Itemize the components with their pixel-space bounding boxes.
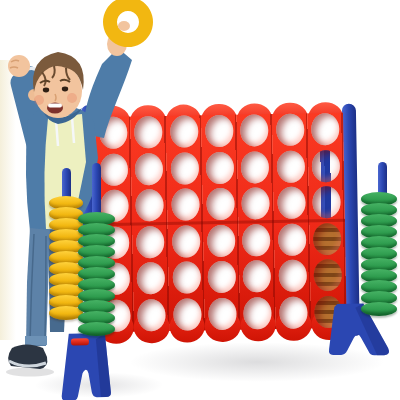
child-jeans-cuff xyxy=(25,336,47,345)
board-cell xyxy=(202,149,238,186)
board-hole xyxy=(243,260,272,292)
child-fingers-in-ring xyxy=(118,21,130,31)
board-hole xyxy=(311,113,340,145)
board-hole xyxy=(279,296,308,328)
product-photo-scene xyxy=(0,0,400,400)
child-figure xyxy=(0,0,171,400)
board-hole xyxy=(278,223,307,255)
board-cell xyxy=(240,295,276,332)
board-cell xyxy=(239,258,275,295)
board-cell xyxy=(309,184,345,221)
board-hole xyxy=(172,262,201,294)
board-cell xyxy=(275,257,311,294)
board-hole xyxy=(240,114,269,146)
board-hole xyxy=(206,188,235,220)
board-cell xyxy=(203,186,239,223)
board-hole xyxy=(170,116,199,148)
board-cell xyxy=(167,186,203,223)
board-cell xyxy=(237,149,273,186)
board-cell xyxy=(204,259,240,296)
board-hole xyxy=(313,186,342,218)
board-cell xyxy=(168,223,204,260)
board-hole xyxy=(173,298,202,330)
board-hole xyxy=(276,150,305,182)
storage-pole-left-green xyxy=(92,163,101,218)
board-hole xyxy=(242,224,271,256)
child-fist xyxy=(8,55,30,77)
board-hole xyxy=(171,225,200,257)
board-hole xyxy=(241,151,270,183)
board-hole xyxy=(208,297,237,329)
board-cell xyxy=(275,294,311,331)
board-hole xyxy=(171,189,200,221)
board-hole xyxy=(313,223,342,255)
board-cell xyxy=(166,113,202,150)
board-cell xyxy=(309,220,345,257)
board-cell xyxy=(237,112,273,149)
board-cell xyxy=(308,147,344,184)
child-cheek-left xyxy=(34,95,44,105)
board-cell xyxy=(272,111,308,148)
board-hole xyxy=(244,297,273,329)
board-hole xyxy=(170,152,199,184)
board-hole xyxy=(208,261,237,293)
board-hole xyxy=(206,152,235,184)
green-ring xyxy=(361,302,397,316)
board-cell xyxy=(169,296,205,333)
board-cell xyxy=(201,113,237,150)
ring-stack-right-green xyxy=(361,192,397,316)
board-cell xyxy=(273,148,309,185)
board-hole xyxy=(242,187,271,219)
green-ring xyxy=(78,322,115,336)
board-hole xyxy=(207,224,236,256)
ring-stack-left-green xyxy=(78,212,115,336)
board-hole xyxy=(278,260,307,292)
board-cell xyxy=(204,295,240,332)
board-cell xyxy=(168,259,204,296)
board-cell xyxy=(166,150,202,187)
board-hole xyxy=(276,114,305,146)
board-cell xyxy=(310,257,346,294)
child-cheek-right xyxy=(67,93,77,103)
board-cell xyxy=(238,185,274,222)
child-teeth xyxy=(48,104,62,108)
board-cell xyxy=(274,221,310,258)
board-hole xyxy=(314,259,343,291)
board-cell xyxy=(273,184,309,221)
board-hole xyxy=(205,115,234,147)
board-cell xyxy=(203,222,239,259)
board-hole xyxy=(277,187,306,219)
board-hole xyxy=(312,150,341,182)
board-cell xyxy=(308,111,344,148)
board-cell xyxy=(239,222,275,259)
child-shoe-shadow xyxy=(6,368,54,377)
